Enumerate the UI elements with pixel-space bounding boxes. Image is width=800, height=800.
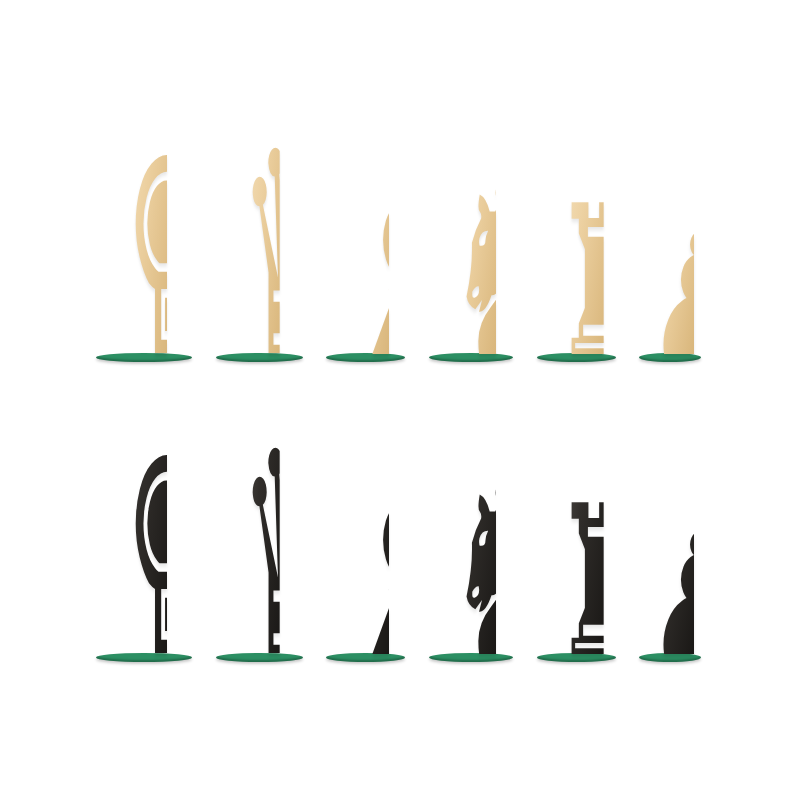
black-rook-glyph: ♜	[550, 478, 603, 686]
white-pieces-row: ♚♛♝♞♜♟	[92, 104, 704, 362]
black-queen-glyph: ♛	[239, 404, 280, 699]
white-knight-glyph: ♞	[446, 157, 497, 390]
black-king-glyph: ♚	[121, 364, 168, 706]
black-pawn: ♟	[636, 512, 704, 662]
chess-set-photo: ♚♛♝♞♜♟ ♚♛♝♞♜♟	[0, 0, 800, 800]
white-pawn-glyph: ♟	[645, 212, 694, 380]
black-pawn-glyph: ♟	[645, 512, 694, 680]
black-knight-glyph: ♞	[446, 457, 497, 690]
white-rook-glyph: ♜	[550, 178, 603, 386]
white-pawn: ♟	[636, 212, 704, 362]
white-bishop-glyph: ♝	[343, 137, 389, 393]
white-king: ♚	[92, 64, 196, 362]
black-pieces-row: ♚♛♝♞♜♟	[92, 400, 704, 662]
black-bishop-glyph: ♝	[343, 437, 389, 693]
black-king: ♚	[92, 364, 196, 662]
